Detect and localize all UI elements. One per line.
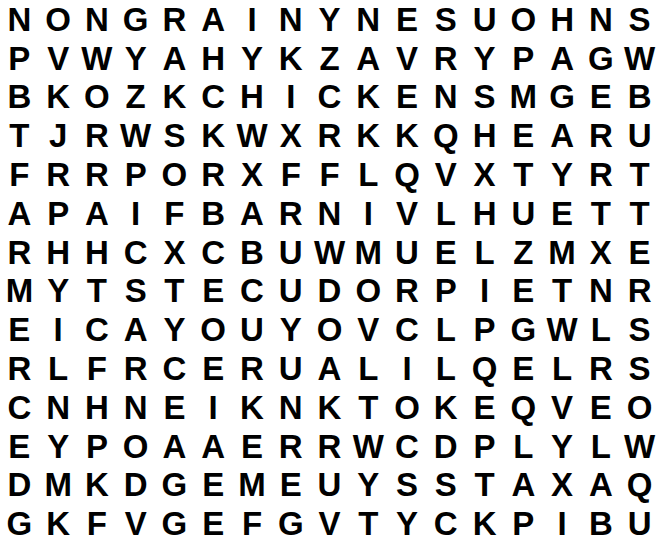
grid-cell-r14c12[interactable]: C [426, 504, 465, 543]
grid-cell-r6c13[interactable]: H [465, 194, 504, 233]
grid-cell-r11c15[interactable]: V [543, 388, 582, 427]
grid-cell-r6c14[interactable]: U [504, 194, 543, 233]
grid-cell-r4c7[interactable]: W [233, 116, 272, 155]
grid-cell-r7c17[interactable]: E [620, 233, 659, 272]
grid-cell-r8c5[interactable]: T [155, 271, 194, 310]
grid-cell-r12c11[interactable]: C [388, 427, 427, 466]
grid-cell-r7c6[interactable]: C [194, 233, 233, 272]
grid-cell-r5c17[interactable]: T [620, 155, 659, 194]
grid-cell-r7c12[interactable]: E [426, 233, 465, 272]
grid-cell-r6c16[interactable]: T [581, 194, 620, 233]
grid-cell-r8c8[interactable]: U [271, 271, 310, 310]
grid-cell-r3c13[interactable]: S [465, 78, 504, 117]
grid-cell-r10c4[interactable]: R [116, 349, 155, 388]
grid-cell-r8c3[interactable]: T [78, 271, 117, 310]
grid-cell-r3c14[interactable]: M [504, 78, 543, 117]
grid-cell-r1c7[interactable]: I [233, 0, 272, 39]
grid-cell-r9c12[interactable]: L [426, 310, 465, 349]
grid-cell-r7c9[interactable]: W [310, 233, 349, 272]
grid-cell-r14c10[interactable]: T [349, 504, 388, 543]
grid-cell-r2c3[interactable]: W [78, 39, 117, 78]
grid-cell-r11c1[interactable]: C [0, 388, 39, 427]
grid-cell-r9c3[interactable]: C [78, 310, 117, 349]
grid-cell-r5c13[interactable]: X [465, 155, 504, 194]
grid-cell-r6c3[interactable]: A [78, 194, 117, 233]
grid-cell-r13c14[interactable]: A [504, 465, 543, 504]
grid-cell-r10c14[interactable]: E [504, 349, 543, 388]
grid-cell-r14c11[interactable]: Y [388, 504, 427, 543]
grid-cell-r11c14[interactable]: Q [504, 388, 543, 427]
grid-cell-r5c7[interactable]: X [233, 155, 272, 194]
grid-cell-r5c12[interactable]: V [426, 155, 465, 194]
grid-cell-r14c9[interactable]: V [310, 504, 349, 543]
grid-cell-r5c6[interactable]: R [194, 155, 233, 194]
grid-cell-r2c17[interactable]: W [620, 39, 659, 78]
grid-cell-r13c17[interactable]: Q [620, 465, 659, 504]
grid-cell-r12c12[interactable]: D [426, 427, 465, 466]
grid-cell-r8c15[interactable]: T [543, 271, 582, 310]
grid-cell-r3c15[interactable]: G [543, 78, 582, 117]
grid-cell-r8c2[interactable]: Y [39, 271, 78, 310]
grid-cell-r3c4[interactable]: Z [116, 78, 155, 117]
grid-cell-r9c7[interactable]: U [233, 310, 272, 349]
grid-cell-r7c10[interactable]: M [349, 233, 388, 272]
grid-cell-r4c8[interactable]: X [271, 116, 310, 155]
grid-cell-r13c13[interactable]: T [465, 465, 504, 504]
grid-cell-r3c17[interactable]: B [620, 78, 659, 117]
grid-cell-r12c2[interactable]: Y [39, 427, 78, 466]
grid-cell-r12c9[interactable]: R [310, 427, 349, 466]
grid-cell-r3c9[interactable]: C [310, 78, 349, 117]
grid-cell-r1c2[interactable]: O [39, 0, 78, 39]
grid-cell-r8c11[interactable]: R [388, 271, 427, 310]
grid-cell-r6c2[interactable]: P [39, 194, 78, 233]
grid-cell-r4c14[interactable]: E [504, 116, 543, 155]
grid-cell-r8c10[interactable]: O [349, 271, 388, 310]
grid-cell-r1c9[interactable]: Y [310, 0, 349, 39]
grid-cell-r6c9[interactable]: N [310, 194, 349, 233]
grid-cell-r14c4[interactable]: V [116, 504, 155, 543]
grid-cell-r14c16[interactable]: B [581, 504, 620, 543]
grid-cell-r2c13[interactable]: Y [465, 39, 504, 78]
grid-cell-r8c12[interactable]: P [426, 271, 465, 310]
grid-cell-r4c4[interactable]: W [116, 116, 155, 155]
grid-cell-r4c1[interactable]: T [0, 116, 39, 155]
grid-cell-r5c5[interactable]: O [155, 155, 194, 194]
grid-cell-r5c3[interactable]: R [78, 155, 117, 194]
grid-cell-r8c1[interactable]: M [0, 271, 39, 310]
grid-cell-r7c7[interactable]: B [233, 233, 272, 272]
grid-cell-r12c16[interactable]: L [581, 427, 620, 466]
grid-cell-r1c10[interactable]: N [349, 0, 388, 39]
grid-cell-r4c13[interactable]: H [465, 116, 504, 155]
grid-cell-r10c8[interactable]: U [271, 349, 310, 388]
grid-cell-r3c5[interactable]: K [155, 78, 194, 117]
grid-cell-r6c15[interactable]: E [543, 194, 582, 233]
grid-cell-r11c2[interactable]: N [39, 388, 78, 427]
grid-cell-r2c11[interactable]: V [388, 39, 427, 78]
grid-cell-r10c6[interactable]: E [194, 349, 233, 388]
grid-cell-r9c11[interactable]: C [388, 310, 427, 349]
grid-cell-r13c7[interactable]: M [233, 465, 272, 504]
grid-cell-r1c15[interactable]: H [543, 0, 582, 39]
grid-cell-r8c14[interactable]: E [504, 271, 543, 310]
grid-cell-r13c2[interactable]: M [39, 465, 78, 504]
grid-cell-r12c13[interactable]: P [465, 427, 504, 466]
grid-cell-r13c10[interactable]: Y [349, 465, 388, 504]
grid-cell-r9c15[interactable]: W [543, 310, 582, 349]
grid-cell-r6c17[interactable]: T [620, 194, 659, 233]
grid-cell-r9c2[interactable]: I [39, 310, 78, 349]
grid-cell-r12c7[interactable]: E [233, 427, 272, 466]
grid-cell-r5c16[interactable]: R [581, 155, 620, 194]
grid-cell-r12c5[interactable]: A [155, 427, 194, 466]
grid-cell-r12c8[interactable]: R [271, 427, 310, 466]
word-search-grid: NONGRAINYNESUOHNSPVWYAHYKZAVRYPAGWBKOZKC… [0, 0, 659, 543]
grid-cell-r11c6[interactable]: I [194, 388, 233, 427]
grid-cell-r7c3[interactable]: H [78, 233, 117, 272]
grid-cell-r9c6[interactable]: O [194, 310, 233, 349]
grid-cell-r10c17[interactable]: S [620, 349, 659, 388]
grid-cell-r4c9[interactable]: R [310, 116, 349, 155]
grid-cell-r9c9[interactable]: O [310, 310, 349, 349]
grid-cell-r7c14[interactable]: Z [504, 233, 543, 272]
grid-cell-r9c4[interactable]: A [116, 310, 155, 349]
grid-cell-r14c3[interactable]: F [78, 504, 117, 543]
grid-cell-r2c9[interactable]: Z [310, 39, 349, 78]
grid-cell-r7c8[interactable]: U [271, 233, 310, 272]
grid-cell-r3c10[interactable]: K [349, 78, 388, 117]
grid-cell-r6c8[interactable]: R [271, 194, 310, 233]
grid-cell-r8c16[interactable]: N [581, 271, 620, 310]
grid-cell-r13c15[interactable]: X [543, 465, 582, 504]
grid-cell-r6c4[interactable]: I [116, 194, 155, 233]
grid-cell-r7c5[interactable]: X [155, 233, 194, 272]
grid-cell-r6c6[interactable]: B [194, 194, 233, 233]
grid-cell-r9c17[interactable]: S [620, 310, 659, 349]
grid-cell-r11c13[interactable]: E [465, 388, 504, 427]
grid-cell-r1c11[interactable]: E [388, 0, 427, 39]
grid-cell-r1c3[interactable]: N [78, 0, 117, 39]
grid-cell-r10c13[interactable]: Q [465, 349, 504, 388]
grid-cell-r5c10[interactable]: L [349, 155, 388, 194]
grid-cell-r10c3[interactable]: F [78, 349, 117, 388]
grid-cell-r5c8[interactable]: F [271, 155, 310, 194]
grid-cell-r14c6[interactable]: E [194, 504, 233, 543]
grid-cell-r12c14[interactable]: L [504, 427, 543, 466]
grid-cell-r10c15[interactable]: L [543, 349, 582, 388]
grid-cell-r2c6[interactable]: H [194, 39, 233, 78]
grid-cell-r1c14[interactable]: O [504, 0, 543, 39]
grid-cell-r11c16[interactable]: E [581, 388, 620, 427]
grid-cell-r6c10[interactable]: I [349, 194, 388, 233]
grid-cell-r9c10[interactable]: V [349, 310, 388, 349]
grid-cell-r10c11[interactable]: I [388, 349, 427, 388]
grid-cell-r4c16[interactable]: R [581, 116, 620, 155]
grid-cell-r7c15[interactable]: M [543, 233, 582, 272]
grid-cell-r13c11[interactable]: S [388, 465, 427, 504]
grid-cell-r1c17[interactable]: S [620, 0, 659, 39]
grid-cell-r14c17[interactable]: U [620, 504, 659, 543]
grid-cell-r12c6[interactable]: A [194, 427, 233, 466]
grid-cell-r9c5[interactable]: Y [155, 310, 194, 349]
grid-cell-r8c9[interactable]: D [310, 271, 349, 310]
grid-cell-r11c12[interactable]: K [426, 388, 465, 427]
grid-cell-r1c1[interactable]: N [0, 0, 39, 39]
grid-cell-r14c13[interactable]: K [465, 504, 504, 543]
grid-cell-r2c7[interactable]: Y [233, 39, 272, 78]
grid-cell-r5c14[interactable]: T [504, 155, 543, 194]
grid-cell-r4c11[interactable]: K [388, 116, 427, 155]
grid-cell-r12c4[interactable]: O [116, 427, 155, 466]
grid-cell-r3c11[interactable]: E [388, 78, 427, 117]
grid-cell-r10c2[interactable]: L [39, 349, 78, 388]
grid-cell-r8c13[interactable]: I [465, 271, 504, 310]
grid-cell-r14c1[interactable]: G [0, 504, 39, 543]
grid-cell-r4c2[interactable]: J [39, 116, 78, 155]
grid-cell-r3c16[interactable]: E [581, 78, 620, 117]
grid-cell-r10c1[interactable]: R [0, 349, 39, 388]
grid-cell-r2c8[interactable]: K [271, 39, 310, 78]
grid-cell-r3c2[interactable]: K [39, 78, 78, 117]
grid-cell-r2c12[interactable]: R [426, 39, 465, 78]
grid-cell-r3c12[interactable]: N [426, 78, 465, 117]
grid-cell-r7c13[interactable]: L [465, 233, 504, 272]
grid-cell-r9c13[interactable]: P [465, 310, 504, 349]
grid-cell-r1c8[interactable]: N [271, 0, 310, 39]
grid-cell-r1c4[interactable]: G [116, 0, 155, 39]
grid-cell-r11c9[interactable]: K [310, 388, 349, 427]
grid-cell-r7c2[interactable]: H [39, 233, 78, 272]
grid-cell-r1c12[interactable]: S [426, 0, 465, 39]
grid-cell-r6c11[interactable]: V [388, 194, 427, 233]
grid-cell-r5c15[interactable]: Y [543, 155, 582, 194]
grid-cell-r3c8[interactable]: I [271, 78, 310, 117]
grid-cell-r3c3[interactable]: O [78, 78, 117, 117]
grid-cell-r14c15[interactable]: I [543, 504, 582, 543]
grid-cell-r5c11[interactable]: Q [388, 155, 427, 194]
grid-cell-r12c10[interactable]: W [349, 427, 388, 466]
grid-cell-r4c12[interactable]: Q [426, 116, 465, 155]
grid-cell-r11c17[interactable]: O [620, 388, 659, 427]
grid-cell-r7c4[interactable]: C [116, 233, 155, 272]
grid-cell-r13c1[interactable]: D [0, 465, 39, 504]
grid-cell-r13c8[interactable]: E [271, 465, 310, 504]
grid-cell-r13c5[interactable]: G [155, 465, 194, 504]
grid-cell-r7c1[interactable]: R [0, 233, 39, 272]
grid-cell-r2c4[interactable]: Y [116, 39, 155, 78]
grid-cell-r4c3[interactable]: R [78, 116, 117, 155]
grid-cell-r9c16[interactable]: L [581, 310, 620, 349]
grid-cell-r1c6[interactable]: A [194, 0, 233, 39]
grid-cell-r5c2[interactable]: R [39, 155, 78, 194]
grid-cell-r8c7[interactable]: C [233, 271, 272, 310]
grid-cell-r2c1[interactable]: P [0, 39, 39, 78]
grid-cell-r13c12[interactable]: S [426, 465, 465, 504]
grid-cell-r13c6[interactable]: E [194, 465, 233, 504]
grid-cell-r4c17[interactable]: U [620, 116, 659, 155]
grid-cell-r13c16[interactable]: A [581, 465, 620, 504]
grid-cell-r11c11[interactable]: O [388, 388, 427, 427]
grid-cell-r8c6[interactable]: E [194, 271, 233, 310]
grid-cell-r14c8[interactable]: G [271, 504, 310, 543]
grid-cell-r11c7[interactable]: K [233, 388, 272, 427]
grid-cell-r1c16[interactable]: N [581, 0, 620, 39]
grid-cell-r14c7[interactable]: F [233, 504, 272, 543]
grid-cell-r10c16[interactable]: R [581, 349, 620, 388]
grid-cell-r12c1[interactable]: E [0, 427, 39, 466]
grid-cell-r5c1[interactable]: F [0, 155, 39, 194]
grid-cell-r5c4[interactable]: P [116, 155, 155, 194]
grid-cell-r10c7[interactable]: R [233, 349, 272, 388]
grid-cell-r6c12[interactable]: L [426, 194, 465, 233]
grid-cell-r9c1[interactable]: E [0, 310, 39, 349]
grid-cell-r10c12[interactable]: L [426, 349, 465, 388]
grid-cell-r10c5[interactable]: C [155, 349, 194, 388]
grid-cell-r4c6[interactable]: K [194, 116, 233, 155]
grid-cell-r14c14[interactable]: P [504, 504, 543, 543]
grid-cell-r3c1[interactable]: B [0, 78, 39, 117]
grid-cell-r9c14[interactable]: G [504, 310, 543, 349]
grid-cell-r1c5[interactable]: R [155, 0, 194, 39]
grid-cell-r13c3[interactable]: K [78, 465, 117, 504]
grid-cell-r14c2[interactable]: K [39, 504, 78, 543]
grid-cell-r12c15[interactable]: Y [543, 427, 582, 466]
grid-cell-r10c10[interactable]: L [349, 349, 388, 388]
grid-cell-r4c5[interactable]: S [155, 116, 194, 155]
grid-cell-r13c4[interactable]: D [116, 465, 155, 504]
grid-cell-r5c9[interactable]: F [310, 155, 349, 194]
grid-cell-r2c2[interactable]: V [39, 39, 78, 78]
grid-cell-r14c5[interactable]: G [155, 504, 194, 543]
grid-cell-r6c7[interactable]: A [233, 194, 272, 233]
grid-cell-r12c17[interactable]: W [620, 427, 659, 466]
grid-cell-r3c7[interactable]: H [233, 78, 272, 117]
grid-cell-r11c4[interactable]: N [116, 388, 155, 427]
grid-cell-r2c5[interactable]: A [155, 39, 194, 78]
grid-cell-r2c10[interactable]: A [349, 39, 388, 78]
grid-cell-r6c1[interactable]: A [0, 194, 39, 233]
grid-cell-r2c16[interactable]: G [581, 39, 620, 78]
grid-cell-r7c11[interactable]: U [388, 233, 427, 272]
grid-cell-r10c9[interactable]: A [310, 349, 349, 388]
grid-cell-r11c8[interactable]: N [271, 388, 310, 427]
grid-cell-r4c15[interactable]: A [543, 116, 582, 155]
grid-cell-r4c10[interactable]: K [349, 116, 388, 155]
grid-cell-r3c6[interactable]: C [194, 78, 233, 117]
grid-cell-r11c5[interactable]: E [155, 388, 194, 427]
grid-cell-r9c8[interactable]: Y [271, 310, 310, 349]
grid-cell-r2c15[interactable]: A [543, 39, 582, 78]
grid-cell-r12c3[interactable]: P [78, 427, 117, 466]
grid-cell-r2c14[interactable]: P [504, 39, 543, 78]
grid-cell-r8c17[interactable]: R [620, 271, 659, 310]
grid-cell-r13c9[interactable]: U [310, 465, 349, 504]
grid-cell-r1c13[interactable]: U [465, 0, 504, 39]
grid-cell-r8c4[interactable]: S [116, 271, 155, 310]
grid-cell-r7c16[interactable]: X [581, 233, 620, 272]
grid-cell-r6c5[interactable]: F [155, 194, 194, 233]
grid-cell-r11c3[interactable]: H [78, 388, 117, 427]
grid-cell-r11c10[interactable]: T [349, 388, 388, 427]
